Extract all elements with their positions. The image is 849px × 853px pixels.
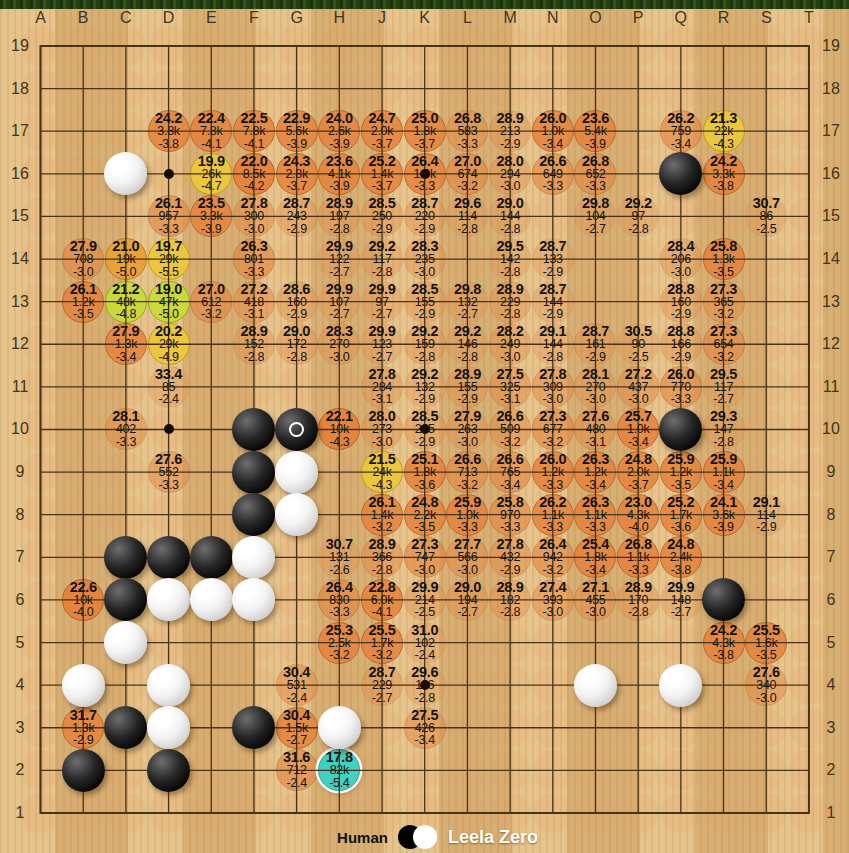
coord-label-left: 16 — [11, 165, 29, 183]
go-analysis-window: ABCDEFGHJKLMNOPQRST191918181717161615151… — [0, 0, 849, 853]
board-point[interactable] — [63, 111, 103, 151]
coord-label-right: 10 — [822, 420, 840, 438]
black-stone — [232, 493, 275, 536]
board-point[interactable] — [21, 452, 61, 492]
white-stone — [147, 664, 190, 707]
board-point[interactable] — [277, 69, 317, 109]
move-suggestion-values: 28.3235-3.0 — [392, 239, 458, 278]
board-point[interactable] — [63, 69, 103, 109]
coord-label-left: 3 — [16, 719, 25, 737]
board-point[interactable] — [319, 69, 359, 109]
board-point[interactable] — [575, 708, 615, 748]
board-point[interactable] — [191, 750, 231, 790]
board-point[interactable] — [149, 495, 189, 535]
coord-label-right: 2 — [827, 761, 836, 779]
move-suggestion-values: 25.91.1k-3.4 — [691, 452, 757, 491]
board-point[interactable] — [362, 69, 402, 109]
coord-label-top: C — [120, 9, 132, 27]
white-stone — [232, 578, 275, 621]
board-point[interactable] — [63, 537, 103, 577]
star-point — [164, 169, 174, 179]
coord-label-top: F — [249, 9, 259, 27]
white-stone — [147, 706, 190, 749]
coord-label-right: 11 — [823, 378, 840, 396]
coord-label-top: T — [804, 9, 814, 27]
board-point[interactable] — [661, 69, 701, 109]
black-white-stones-icon — [398, 825, 438, 849]
coord-label-right: 14 — [822, 250, 840, 268]
board-point[interactable] — [618, 26, 658, 66]
board-point[interactable] — [63, 367, 103, 407]
board-point[interactable] — [533, 26, 573, 66]
board-point[interactable] — [490, 623, 530, 663]
move-suggestion-values: 17.882k-5.4 — [306, 750, 372, 789]
move-suggestion-values: 27.3365-3.2 — [691, 282, 757, 321]
board-point[interactable] — [21, 750, 61, 790]
coord-label-left: 7 — [16, 548, 25, 566]
coord-label-left: 17 — [11, 122, 29, 140]
board-point[interactable] — [533, 665, 573, 705]
board-point[interactable] — [21, 623, 61, 663]
black-stone — [232, 451, 275, 494]
move-suggestion-values: 27.6552-3.3 — [136, 452, 202, 491]
move-suggestion-values: 19.729k-5.5 — [136, 239, 202, 278]
black-stone — [232, 408, 275, 451]
move-suggestion-values: 25.51.6k-3.5 — [733, 623, 799, 662]
board-point[interactable] — [63, 623, 103, 663]
board-point[interactable] — [191, 495, 231, 535]
black-player-label: Human — [337, 829, 388, 846]
board-point[interactable] — [575, 623, 615, 663]
coord-label-right: 6 — [827, 591, 836, 609]
move-suggestion-values: 29.1114-2.9 — [733, 495, 799, 534]
white-stone — [190, 578, 233, 621]
move-suggestion-values: 33.485-2.4 — [136, 367, 202, 406]
move-suggestion-values: 27.3654-3.2 — [691, 324, 757, 363]
board-point[interactable] — [106, 665, 146, 705]
coord-label-top: M — [503, 9, 516, 27]
coord-label-left: 9 — [16, 463, 25, 481]
board-point[interactable] — [704, 750, 744, 790]
coord-label-top: G — [290, 9, 302, 27]
coord-label-right: 7 — [827, 548, 836, 566]
board-point[interactable] — [106, 495, 146, 535]
board-point[interactable] — [746, 69, 786, 109]
coord-label-right: 3 — [827, 719, 836, 737]
coord-label-left: 1 — [16, 804, 25, 822]
board-point[interactable] — [661, 26, 701, 66]
coord-label-top: A — [35, 9, 46, 27]
board-point[interactable] — [490, 69, 530, 109]
coord-label-right: 9 — [827, 463, 836, 481]
white-player-label: Leela Zero — [448, 827, 538, 848]
move-suggestion-values: 26.3801-3.3 — [221, 239, 287, 278]
coord-label-left: 14 — [11, 250, 29, 268]
board-point[interactable] — [533, 623, 573, 663]
coord-label-right: 13 — [822, 293, 840, 311]
move-suggestion-values: 21.322k-4.3 — [691, 111, 757, 150]
board-point[interactable] — [618, 708, 658, 748]
board-point[interactable] — [106, 69, 146, 109]
board-point[interactable] — [490, 750, 530, 790]
board-point[interactable] — [63, 154, 103, 194]
white-stone — [232, 536, 275, 579]
board-point[interactable] — [789, 537, 829, 577]
board-point[interactable] — [533, 69, 573, 109]
board-point[interactable] — [533, 750, 573, 790]
board-point[interactable] — [21, 665, 61, 705]
board-point[interactable] — [277, 367, 317, 407]
board-point[interactable] — [575, 750, 615, 790]
board-point[interactable] — [533, 708, 573, 748]
move-suggestion-values: 30.4531-2.4 — [264, 665, 330, 704]
board-point[interactable] — [575, 26, 615, 66]
coord-label-left: 2 — [16, 761, 25, 779]
coord-label-top: L — [463, 9, 472, 27]
board-point[interactable] — [746, 750, 786, 790]
move-suggestion-values: 30.786-2.5 — [733, 196, 799, 235]
board-point[interactable] — [618, 623, 658, 663]
coord-label-top: N — [547, 9, 559, 27]
coord-label-left: 4 — [16, 676, 25, 694]
white-stone — [104, 152, 147, 195]
coord-label-left: 15 — [11, 207, 29, 225]
coord-label-top: H — [334, 9, 346, 27]
board-point[interactable] — [149, 623, 189, 663]
black-stone — [147, 536, 190, 579]
board-point[interactable] — [746, 580, 786, 620]
coord-label-right: 5 — [827, 634, 836, 652]
coord-label-left: 8 — [16, 506, 25, 524]
move-suggestion-values: 29.5117-2.7 — [691, 367, 757, 406]
star-point — [420, 680, 430, 690]
white-stone — [318, 706, 361, 749]
coord-label-left: 5 — [16, 634, 25, 652]
black-stone — [104, 578, 147, 621]
board-point[interactable] — [789, 708, 829, 748]
board-point[interactable] — [191, 708, 231, 748]
coord-label-right: 17 — [822, 122, 840, 140]
board-point[interactable] — [234, 26, 274, 66]
coord-label-left: 11 — [12, 378, 29, 396]
board-point[interactable] — [490, 665, 530, 705]
board-point[interactable] — [661, 750, 701, 790]
board-point[interactable] — [447, 69, 487, 109]
coord-label-right: 4 — [827, 676, 836, 694]
board-point[interactable] — [106, 26, 146, 66]
coord-label-left: 19 — [11, 37, 29, 55]
background-grass-strip — [0, 0, 849, 9]
white-stone — [62, 664, 105, 707]
board-point[interactable] — [63, 196, 103, 236]
board-point[interactable] — [63, 452, 103, 492]
white-stone — [147, 578, 190, 621]
board-point[interactable] — [319, 26, 359, 66]
board-point[interactable] — [490, 708, 530, 748]
board-point[interactable] — [63, 26, 103, 66]
black-stone — [702, 578, 745, 621]
board-point[interactable] — [106, 750, 146, 790]
board-point[interactable] — [704, 26, 744, 66]
white-stone — [104, 621, 147, 664]
move-suggestion-values: 24.82.4k-3.8 — [648, 537, 714, 576]
white-stone-icon — [413, 825, 437, 849]
board-point[interactable] — [191, 409, 231, 449]
board-point[interactable] — [149, 69, 189, 109]
board-point[interactable] — [234, 69, 274, 109]
coord-label-top: O — [589, 9, 601, 27]
coord-label-right: 19 — [822, 37, 840, 55]
board-point[interactable] — [63, 495, 103, 535]
board-point[interactable] — [149, 26, 189, 66]
board-point[interactable] — [746, 708, 786, 748]
white-stone — [659, 664, 702, 707]
coord-label-top: S — [761, 9, 772, 27]
move-suggestion-values: 28.7133-2.9 — [520, 239, 586, 278]
move-suggestion-values: 27.5426-3.4 — [392, 708, 458, 747]
move-suggestion-values: 28.7144-2.9 — [520, 282, 586, 321]
coord-label-right: 18 — [822, 80, 840, 98]
coord-label-right: 16 — [822, 165, 840, 183]
black-stone — [147, 749, 190, 792]
white-stone — [574, 664, 617, 707]
coord-label-left: 18 — [11, 80, 29, 98]
board-point[interactable] — [789, 580, 829, 620]
coord-label-top: R — [718, 9, 730, 27]
coord-label-top: E — [206, 9, 217, 27]
board-point[interactable] — [746, 537, 786, 577]
coord-label-left: 13 — [11, 293, 29, 311]
move-suggestion-values: 25.81.3k-3.5 — [691, 239, 757, 278]
board-point[interactable] — [575, 69, 615, 109]
board-point[interactable] — [618, 750, 658, 790]
move-suggestion-values: 23.65.4k-3.9 — [562, 111, 628, 150]
move-suggestion-values: 20.229k-4.9 — [136, 324, 202, 363]
black-stone — [104, 706, 147, 749]
black-stone — [104, 536, 147, 579]
board-point[interactable] — [191, 26, 231, 66]
board-point[interactable] — [234, 623, 274, 663]
board-point[interactable] — [277, 26, 317, 66]
coord-label-top: D — [163, 9, 175, 27]
black-stone — [190, 536, 233, 579]
board-point[interactable] — [618, 69, 658, 109]
coord-label-left: 6 — [16, 591, 25, 609]
board-point[interactable] — [191, 69, 231, 109]
board-point[interactable] — [191, 665, 231, 705]
board-point[interactable] — [234, 367, 274, 407]
coord-label-top: B — [78, 9, 89, 27]
board-point[interactable] — [618, 665, 658, 705]
coord-label-left: 10 — [11, 420, 29, 438]
board-point[interactable] — [704, 69, 744, 109]
board-point[interactable] — [704, 708, 744, 748]
coord-label-top: K — [419, 9, 430, 27]
coord-label-top: P — [633, 9, 644, 27]
board-point[interactable] — [21, 495, 61, 535]
board-point[interactable] — [490, 26, 530, 66]
board-point[interactable] — [789, 750, 829, 790]
move-suggestion-values: 28.1402-3.3 — [93, 409, 159, 448]
star-point — [420, 169, 430, 179]
move-suggestion-values: 29.297-2.8 — [605, 196, 671, 235]
board-point[interactable] — [405, 26, 445, 66]
black-stone — [62, 749, 105, 792]
coord-label-right: 12 — [822, 335, 840, 353]
board-point[interactable] — [405, 750, 445, 790]
coord-label-right: 1 — [827, 804, 836, 822]
board-point[interactable] — [447, 750, 487, 790]
white-stone — [275, 451, 318, 494]
board-point[interactable] — [447, 26, 487, 66]
coord-label-right: 8 — [827, 506, 836, 524]
player-bar: Human Leela Zero — [0, 822, 849, 852]
move-suggestion-values: 26.8652-3.3 — [562, 154, 628, 193]
board-point[interactable] — [789, 452, 829, 492]
board-point[interactable] — [362, 26, 402, 66]
move-suggestion-values: 31.0102-2.4 — [392, 623, 458, 662]
board-point[interactable] — [746, 26, 786, 66]
white-stone — [275, 493, 318, 536]
coord-label-right: 15 — [822, 207, 840, 225]
board-point[interactable] — [405, 69, 445, 109]
board-point[interactable] — [661, 708, 701, 748]
board-point[interactable] — [191, 623, 231, 663]
coord-label-left: 12 — [11, 335, 29, 353]
move-suggestion-values: 27.6340-3.0 — [733, 665, 799, 704]
move-suggestion-values: 29.0144-2.8 — [477, 196, 543, 235]
coord-label-top: J — [378, 9, 386, 27]
board-point[interactable] — [21, 537, 61, 577]
coord-label-top: Q — [675, 9, 687, 27]
go-board[interactable]: ABCDEFGHJKLMNOPQRST191918181717161615151… — [0, 0, 849, 853]
